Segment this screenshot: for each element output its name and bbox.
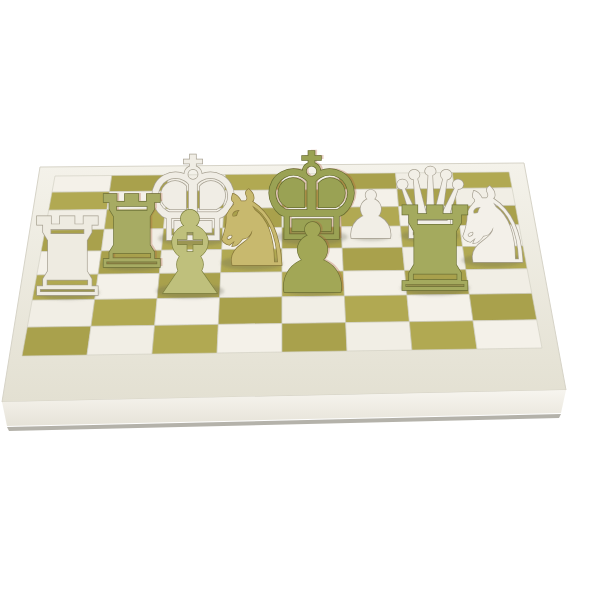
piece-green-bishop-c4[interactable]: ♝ <box>139 187 241 320</box>
square-b1[interactable] <box>87 325 155 355</box>
square-d1[interactable] <box>217 324 282 354</box>
piece-green-pawn-e4[interactable]: ♟ <box>270 203 356 315</box>
chess-set-photo: ♚♚♚♟♛♜♜♞♞♜♝♟♟♜ <box>0 0 600 600</box>
square-g1[interactable] <box>409 321 477 350</box>
square-f1[interactable] <box>346 322 412 351</box>
square-a1[interactable] <box>22 326 91 356</box>
piece-white-rook-a4[interactable]: ♜ <box>19 195 116 320</box>
piece-green-rook-g4[interactable]: ♜ <box>383 182 487 317</box>
chess-board-scene: ♚♚♚♟♛♜♜♞♞♜♝♟♟♜ <box>0 0 600 600</box>
square-c1[interactable] <box>152 324 218 354</box>
square-e1[interactable] <box>282 323 347 352</box>
square-h1[interactable] <box>473 320 542 349</box>
